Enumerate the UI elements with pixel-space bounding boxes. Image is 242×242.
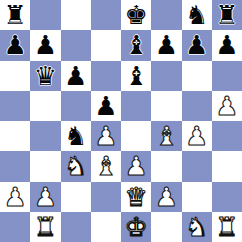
square-d8[interactable]: [91, 0, 121, 30]
square-c6[interactable]: ♟: [61, 61, 91, 91]
piece-black-rook[interactable]: ♜: [3, 0, 26, 30]
square-e2[interactable]: ♛: [121, 182, 151, 212]
square-d3[interactable]: ♝: [91, 151, 121, 181]
square-c1[interactable]: [61, 212, 91, 242]
square-f6[interactable]: [151, 61, 181, 91]
square-b8[interactable]: [30, 0, 60, 30]
square-h6[interactable]: [212, 61, 242, 91]
square-a6[interactable]: [0, 61, 30, 91]
square-a4[interactable]: [0, 121, 30, 151]
square-c7[interactable]: [61, 30, 91, 60]
square-g3[interactable]: [182, 151, 212, 181]
square-b4[interactable]: [30, 121, 60, 151]
piece-black-knight[interactable]: ♞: [64, 121, 87, 151]
square-d7[interactable]: [91, 30, 121, 60]
piece-black-pawn[interactable]: ♟: [34, 30, 57, 60]
piece-white-pawn[interactable]: ♟: [34, 182, 57, 212]
square-h5[interactable]: ♟: [212, 91, 242, 121]
square-g2[interactable]: [182, 182, 212, 212]
piece-white-bishop[interactable]: ♝: [94, 151, 117, 181]
square-c8[interactable]: [61, 0, 91, 30]
square-c3[interactable]: ♞: [61, 151, 91, 181]
piece-black-bishop[interactable]: ♝: [124, 30, 147, 60]
square-g6[interactable]: [182, 61, 212, 91]
square-h3[interactable]: [212, 151, 242, 181]
square-g4[interactable]: ♟: [182, 121, 212, 151]
piece-black-pawn[interactable]: ♟: [64, 61, 87, 91]
square-a8[interactable]: ♜: [0, 0, 30, 30]
square-h1[interactable]: ♜: [212, 212, 242, 242]
piece-white-rook[interactable]: ♜: [34, 212, 57, 242]
square-g1[interactable]: ♞: [182, 212, 212, 242]
square-b1[interactable]: ♜: [30, 212, 60, 242]
piece-black-knight[interactable]: ♞: [185, 0, 208, 30]
square-d2[interactable]: [91, 182, 121, 212]
square-e4[interactable]: [121, 121, 151, 151]
square-f2[interactable]: ♟: [151, 182, 181, 212]
square-h7[interactable]: ♟: [212, 30, 242, 60]
square-e3[interactable]: ♟: [121, 151, 151, 181]
square-a7[interactable]: ♟: [0, 30, 30, 60]
square-f4[interactable]: ♝: [151, 121, 181, 151]
piece-black-queen[interactable]: ♛: [34, 61, 57, 91]
square-f1[interactable]: [151, 212, 181, 242]
piece-white-king[interactable]: ♚: [124, 212, 147, 242]
square-f7[interactable]: ♟: [151, 30, 181, 60]
square-a3[interactable]: [0, 151, 30, 181]
square-d6[interactable]: [91, 61, 121, 91]
piece-black-pawn[interactable]: ♟: [3, 30, 26, 60]
square-b3[interactable]: [30, 151, 60, 181]
chess-board: ♜♚♞♜♟♟♝♟♟♟♛♟♝♟♟♞♟♝♟♞♝♟♟♟♛♟♜♚♞♜: [0, 0, 242, 242]
piece-white-rook[interactable]: ♜: [215, 212, 238, 242]
square-b7[interactable]: ♟: [30, 30, 60, 60]
piece-white-queen[interactable]: ♛: [124, 182, 147, 212]
square-b5[interactable]: [30, 91, 60, 121]
square-f5[interactable]: [151, 91, 181, 121]
piece-black-pawn[interactable]: ♟: [94, 91, 117, 121]
piece-white-pawn[interactable]: ♟: [185, 121, 208, 151]
piece-black-pawn[interactable]: ♟: [155, 30, 178, 60]
piece-white-knight[interactable]: ♞: [64, 151, 87, 181]
piece-black-pawn[interactable]: ♟: [185, 30, 208, 60]
square-h4[interactable]: [212, 121, 242, 151]
square-g7[interactable]: ♟: [182, 30, 212, 60]
square-d5[interactable]: ♟: [91, 91, 121, 121]
piece-white-bishop[interactable]: ♝: [155, 121, 178, 151]
piece-white-pawn[interactable]: ♟: [94, 121, 117, 151]
square-a2[interactable]: ♟: [0, 182, 30, 212]
square-e8[interactable]: ♚: [121, 0, 151, 30]
square-c2[interactable]: [61, 182, 91, 212]
piece-white-knight[interactable]: ♞: [185, 212, 208, 242]
square-e1[interactable]: ♚: [121, 212, 151, 242]
square-h2[interactable]: [212, 182, 242, 212]
square-b6[interactable]: ♛: [30, 61, 60, 91]
piece-black-king[interactable]: ♚: [124, 0, 147, 30]
square-c4[interactable]: ♞: [61, 121, 91, 151]
square-a1[interactable]: [0, 212, 30, 242]
piece-white-pawn[interactable]: ♟: [3, 182, 26, 212]
piece-black-bishop[interactable]: ♝: [124, 61, 147, 91]
square-d4[interactable]: ♟: [91, 121, 121, 151]
square-e6[interactable]: ♝: [121, 61, 151, 91]
piece-white-pawn[interactable]: ♟: [215, 91, 238, 121]
square-g8[interactable]: ♞: [182, 0, 212, 30]
square-e5[interactable]: [121, 91, 151, 121]
piece-white-pawn[interactable]: ♟: [155, 182, 178, 212]
square-d1[interactable]: [91, 212, 121, 242]
square-h8[interactable]: ♜: [212, 0, 242, 30]
square-c5[interactable]: [61, 91, 91, 121]
piece-white-pawn[interactable]: ♟: [124, 151, 147, 181]
square-f8[interactable]: [151, 0, 181, 30]
square-g5[interactable]: [182, 91, 212, 121]
square-b2[interactable]: ♟: [30, 182, 60, 212]
square-a5[interactable]: [0, 91, 30, 121]
piece-black-pawn[interactable]: ♟: [215, 30, 238, 60]
piece-black-rook[interactable]: ♜: [215, 0, 238, 30]
square-f3[interactable]: [151, 151, 181, 181]
square-e7[interactable]: ♝: [121, 30, 151, 60]
